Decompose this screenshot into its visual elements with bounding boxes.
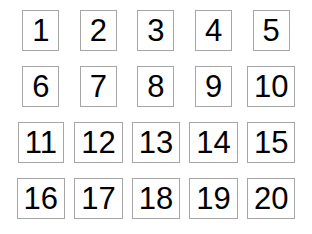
grid-cell: 16 [13, 178, 69, 220]
grid-cell: 14 [186, 122, 242, 164]
grid-cell: 20 [243, 178, 299, 220]
number-tile-6[interactable]: 6 [22, 66, 59, 107]
grid-cell: 7 [71, 65, 127, 107]
grid-cell: 1 [13, 9, 69, 51]
grid-cell: 3 [128, 9, 184, 51]
number-tile-7[interactable]: 7 [80, 66, 117, 107]
number-tile-5[interactable]: 5 [253, 10, 290, 51]
grid-cell: 12 [71, 122, 127, 164]
grid-cell: 8 [128, 65, 184, 107]
number-tile-3[interactable]: 3 [137, 10, 174, 51]
number-tile-9[interactable]: 9 [195, 66, 232, 107]
grid-cell: 5 [243, 9, 299, 51]
number-tile-4[interactable]: 4 [195, 10, 232, 51]
number-chart-slide: 1234567891011121314151617181920 [0, 0, 312, 234]
number-tile-19[interactable]: 19 [189, 178, 237, 219]
number-tile-14[interactable]: 14 [189, 122, 237, 163]
grid-cell: 9 [186, 65, 242, 107]
number-tile-20[interactable]: 20 [247, 178, 295, 219]
grid-cell: 17 [71, 178, 127, 220]
grid-cell: 13 [128, 122, 184, 164]
grid-cell: 15 [243, 122, 299, 164]
number-tile-8[interactable]: 8 [137, 66, 174, 107]
number-tile-11[interactable]: 11 [18, 122, 64, 163]
number-tile-12[interactable]: 12 [74, 122, 122, 163]
number-tile-18[interactable]: 18 [132, 178, 180, 219]
grid-cell: 4 [186, 9, 242, 51]
number-tile-1[interactable]: 1 [22, 10, 59, 51]
number-tile-16[interactable]: 16 [17, 178, 65, 219]
number-tile-13[interactable]: 13 [132, 122, 180, 163]
grid-cell: 11 [13, 122, 69, 164]
grid-cell: 19 [186, 178, 242, 220]
grid-cell: 18 [128, 178, 184, 220]
number-grid: 1234567891011121314151617181920 [13, 9, 299, 220]
grid-cell: 6 [13, 65, 69, 107]
number-tile-15[interactable]: 15 [247, 122, 295, 163]
grid-cell: 2 [71, 9, 127, 51]
grid-cell: 10 [243, 65, 299, 107]
number-tile-10[interactable]: 10 [247, 66, 295, 107]
number-tile-2[interactable]: 2 [80, 10, 117, 51]
number-tile-17[interactable]: 17 [74, 178, 122, 219]
